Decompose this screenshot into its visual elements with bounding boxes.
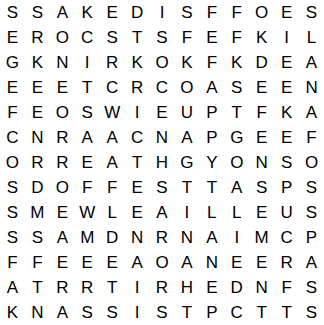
cell-r13c10[interactable]: C (224, 300, 249, 325)
cell-r2c5[interactable]: S (100, 25, 125, 50)
cell-r7c7[interactable]: H (150, 150, 175, 175)
cell-r8c5[interactable]: F (100, 175, 125, 200)
cell-r7c11[interactable]: N (249, 150, 274, 175)
cell-r6c11[interactable]: E (249, 125, 274, 150)
cell-r13c8[interactable]: T (174, 300, 199, 325)
cell-r6c12[interactable]: E (274, 125, 299, 150)
cell-r2c12[interactable]: I (274, 25, 299, 50)
cell-r11c5[interactable]: E (100, 250, 125, 275)
cell-r3c6[interactable]: K (125, 50, 150, 75)
cell-r1c6[interactable]: D (125, 0, 150, 25)
cell-r5c7[interactable]: E (150, 100, 175, 125)
cell-r11c9[interactable]: N (199, 250, 224, 275)
cell-r13c2[interactable]: N (25, 300, 50, 325)
cell-r4c3[interactable]: E (50, 75, 75, 100)
cell-r11c6[interactable]: A (125, 250, 150, 275)
cell-r9c6[interactable]: E (125, 200, 150, 225)
cell-r13c1[interactable]: K (0, 300, 25, 325)
cell-r8c3[interactable]: O (50, 175, 75, 200)
cell-r2c11[interactable]: K (249, 25, 274, 50)
cell-r9c3[interactable]: E (50, 200, 75, 225)
cell-r1c5[interactable]: E (100, 0, 125, 25)
cell-r11c12[interactable]: R (274, 250, 299, 275)
cell-r1c12[interactable]: E (274, 0, 299, 25)
cell-r12c10[interactable]: D (224, 275, 249, 300)
cell-r1c7[interactable]: I (150, 0, 175, 25)
cell-r8c13[interactable]: S (299, 175, 324, 200)
cell-r13c7[interactable]: S (150, 300, 175, 325)
cell-r2c10[interactable]: F (224, 25, 249, 50)
cell-r13c5[interactable]: S (100, 300, 125, 325)
cell-r4c13[interactable]: N (299, 75, 324, 100)
cell-r7c1[interactable]: O (0, 150, 25, 175)
cell-r6c4[interactable]: A (75, 125, 100, 150)
cell-r13c11[interactable]: T (249, 300, 274, 325)
cell-r12c5[interactable]: T (100, 275, 125, 300)
cell-r12c13[interactable]: S (299, 275, 324, 300)
cell-r13c9[interactable]: P (199, 300, 224, 325)
cell-r11c4[interactable]: E (75, 250, 100, 275)
cell-r3c9[interactable]: F (199, 50, 224, 75)
cell-r1c11[interactable]: O (249, 0, 274, 25)
cell-r6c3[interactable]: R (50, 125, 75, 150)
cell-r5c2[interactable]: E (25, 100, 50, 125)
cell-r9c9[interactable]: L (199, 200, 224, 225)
cell-r6c1[interactable]: C (0, 125, 25, 150)
cell-r3c7[interactable]: O (150, 50, 175, 75)
cell-r3c12[interactable]: E (274, 50, 299, 75)
cell-r9c1[interactable]: S (0, 200, 25, 225)
cell-r7c13[interactable]: O (299, 150, 324, 175)
cell-r12c9[interactable]: E (199, 275, 224, 300)
cell-r3c13[interactable]: A (299, 50, 324, 75)
cell-r8c2[interactable]: D (25, 175, 50, 200)
cell-r7c12[interactable]: S (274, 150, 299, 175)
cell-r5c9[interactable]: P (199, 100, 224, 125)
word-search-grid: SSAKEDISFFOESEROCSTSFEFKILGKNIRKOKFKDEAE… (0, 0, 324, 325)
cell-r8c4[interactable]: F (75, 175, 100, 200)
cell-r7c3[interactable]: R (50, 150, 75, 175)
cell-r8c8[interactable]: T (174, 175, 199, 200)
cell-r4c6[interactable]: R (125, 75, 150, 100)
cell-r7c9[interactable]: Y (199, 150, 224, 175)
cell-r11c3[interactable]: E (50, 250, 75, 275)
cell-r7c5[interactable]: A (100, 150, 125, 175)
cell-r2c9[interactable]: E (199, 25, 224, 50)
cell-r7c8[interactable]: G (174, 150, 199, 175)
cell-r10c10[interactable]: I (224, 225, 249, 250)
cell-r12c3[interactable]: R (50, 275, 75, 300)
cell-r13c3[interactable]: A (50, 300, 75, 325)
cell-r3c5[interactable]: R (100, 50, 125, 75)
cell-r11c8[interactable]: A (174, 250, 199, 275)
cell-r1c13[interactable]: S (299, 0, 324, 25)
cell-r6c7[interactable]: N (150, 125, 175, 150)
cell-r3c8[interactable]: K (174, 50, 199, 75)
cell-r12c2[interactable]: T (25, 275, 50, 300)
cell-r6c10[interactable]: G (224, 125, 249, 150)
cell-r12c1[interactable]: A (0, 275, 25, 300)
cell-r2c7[interactable]: S (150, 25, 175, 50)
cell-r8c12[interactable]: P (274, 175, 299, 200)
cell-r5c6[interactable]: I (125, 100, 150, 125)
cell-r10c5[interactable]: D (100, 225, 125, 250)
cell-r4c5[interactable]: C (100, 75, 125, 100)
cell-r4c12[interactable]: E (274, 75, 299, 100)
cell-r4c4[interactable]: T (75, 75, 100, 100)
cell-r2c3[interactable]: O (50, 25, 75, 50)
cell-r5c4[interactable]: S (75, 100, 100, 125)
cell-r3c2[interactable]: K (25, 50, 50, 75)
cell-r12c7[interactable]: R (150, 275, 175, 300)
cell-r12c6[interactable]: I (125, 275, 150, 300)
cell-r10c3[interactable]: A (50, 225, 75, 250)
cell-r10c7[interactable]: R (150, 225, 175, 250)
cell-r6c8[interactable]: A (174, 125, 199, 150)
cell-r2c1[interactable]: E (0, 25, 25, 50)
cell-r13c6[interactable]: I (125, 300, 150, 325)
cell-r11c2[interactable]: F (25, 250, 50, 275)
cell-r8c7[interactable]: S (150, 175, 175, 200)
cell-r9c5[interactable]: L (100, 200, 125, 225)
cell-r3c10[interactable]: K (224, 50, 249, 75)
cell-r13c13[interactable]: S (299, 300, 324, 325)
cell-r6c13[interactable]: F (299, 125, 324, 150)
cell-r10c11[interactable]: M (249, 225, 274, 250)
cell-r1c1[interactable]: S (0, 0, 25, 25)
cell-r9c12[interactable]: U (274, 200, 299, 225)
cell-r8c9[interactable]: T (199, 175, 224, 200)
cell-r10c13[interactable]: P (299, 225, 324, 250)
cell-r9c2[interactable]: M (25, 200, 50, 225)
word-search-puzzle: SSAKEDISFFOESEROCSTSFEFKILGKNIRKOKFKDEAE… (0, 0, 324, 325)
cell-r7c10[interactable]: O (224, 150, 249, 175)
cell-r12c4[interactable]: R (75, 275, 100, 300)
cell-r7c6[interactable]: T (125, 150, 150, 175)
cell-r5c11[interactable]: F (249, 100, 274, 125)
cell-r9c7[interactable]: A (150, 200, 175, 225)
cell-r5c10[interactable]: T (224, 100, 249, 125)
cell-r11c11[interactable]: E (249, 250, 274, 275)
cell-r3c4[interactable]: I (75, 50, 100, 75)
cell-r9c13[interactable]: S (299, 200, 324, 225)
cell-r6c2[interactable]: N (25, 125, 50, 150)
cell-r1c3[interactable]: A (50, 0, 75, 25)
cell-r10c2[interactable]: S (25, 225, 50, 250)
cell-r10c12[interactable]: C (274, 225, 299, 250)
cell-r2c2[interactable]: R (25, 25, 50, 50)
cell-r5c1[interactable]: F (0, 100, 25, 125)
cell-r2c6[interactable]: T (125, 25, 150, 50)
cell-r9c10[interactable]: L (224, 200, 249, 225)
cell-r6c9[interactable]: P (199, 125, 224, 150)
cell-r8c6[interactable]: E (125, 175, 150, 200)
cell-r6c6[interactable]: C (125, 125, 150, 150)
cell-r8c11[interactable]: S (249, 175, 274, 200)
cell-r2c8[interactable]: F (174, 25, 199, 50)
cell-r11c1[interactable]: F (0, 250, 25, 275)
cell-r3c11[interactable]: D (249, 50, 274, 75)
cell-r7c2[interactable]: R (25, 150, 50, 175)
cell-r13c4[interactable]: S (75, 300, 100, 325)
cell-r11c10[interactable]: E (224, 250, 249, 275)
cell-r10c4[interactable]: M (75, 225, 100, 250)
cell-r5c5[interactable]: W (100, 100, 125, 125)
cell-r12c8[interactable]: H (174, 275, 199, 300)
cell-r1c9[interactable]: F (199, 0, 224, 25)
cell-r12c11[interactable]: N (249, 275, 274, 300)
cell-r1c10[interactable]: F (224, 0, 249, 25)
cell-r7c4[interactable]: E (75, 150, 100, 175)
cell-r10c8[interactable]: N (174, 225, 199, 250)
cell-r9c8[interactable]: I (174, 200, 199, 225)
cell-r10c1[interactable]: S (0, 225, 25, 250)
cell-r10c9[interactable]: A (199, 225, 224, 250)
cell-r2c13[interactable]: L (299, 25, 324, 50)
cell-r12c12[interactable]: F (274, 275, 299, 300)
cell-r5c8[interactable]: U (174, 100, 199, 125)
cell-r11c7[interactable]: O (150, 250, 175, 275)
cell-r1c4[interactable]: K (75, 0, 100, 25)
cell-r8c10[interactable]: A (224, 175, 249, 200)
cell-r4c2[interactable]: E (25, 75, 50, 100)
cell-r10c6[interactable]: N (125, 225, 150, 250)
cell-r4c1[interactable]: E (0, 75, 25, 100)
cell-r1c2[interactable]: S (25, 0, 50, 25)
cell-r11c13[interactable]: A (299, 250, 324, 275)
cell-r8c1[interactable]: S (0, 175, 25, 200)
cell-r1c8[interactable]: S (174, 0, 199, 25)
cell-r4c10[interactable]: S (224, 75, 249, 100)
cell-r9c4[interactable]: W (75, 200, 100, 225)
cell-r6c5[interactable]: A (100, 125, 125, 150)
cell-r4c8[interactable]: O (174, 75, 199, 100)
cell-r2c4[interactable]: C (75, 25, 100, 50)
cell-r5c12[interactable]: K (274, 100, 299, 125)
cell-r5c3[interactable]: O (50, 100, 75, 125)
cell-r13c12[interactable]: T (274, 300, 299, 325)
cell-r4c11[interactable]: E (249, 75, 274, 100)
cell-r4c7[interactable]: C (150, 75, 175, 100)
cell-r3c3[interactable]: N (50, 50, 75, 75)
cell-r5c13[interactable]: A (299, 100, 324, 125)
cell-r9c11[interactable]: E (249, 200, 274, 225)
cell-r4c9[interactable]: A (199, 75, 224, 100)
cell-r3c1[interactable]: G (0, 50, 25, 75)
